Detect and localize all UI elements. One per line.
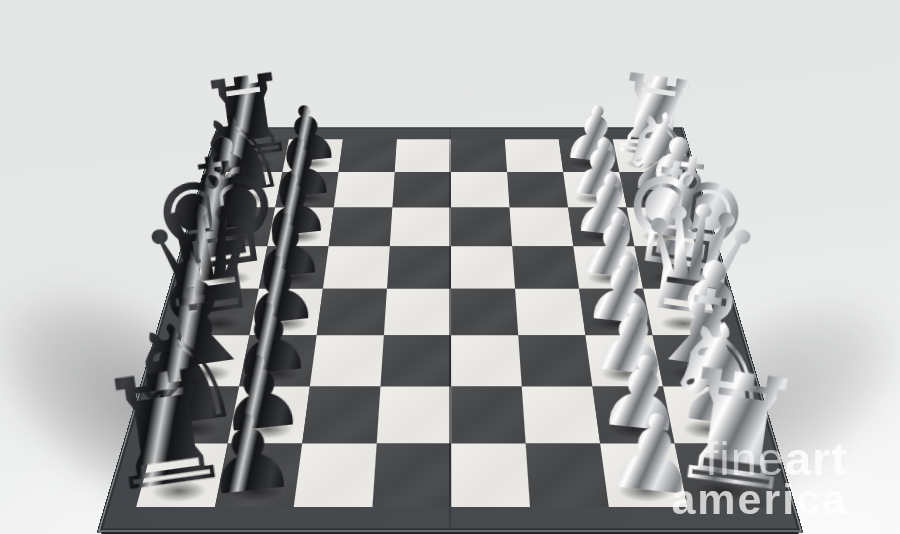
board-square xyxy=(522,387,600,444)
watermark-line1: fineart xyxy=(671,437,848,480)
board-square xyxy=(512,246,579,288)
board-square xyxy=(451,208,512,247)
board-square xyxy=(526,444,609,507)
board-fold-seam xyxy=(449,128,452,529)
board-square xyxy=(451,387,526,444)
board-square xyxy=(294,444,377,507)
board-square xyxy=(334,172,395,208)
board-square: ♟ xyxy=(215,444,302,507)
board-square xyxy=(377,387,451,444)
board-square xyxy=(302,387,380,444)
board-square xyxy=(323,246,390,288)
board-square xyxy=(509,208,573,247)
board-square xyxy=(518,335,592,386)
board-square xyxy=(384,289,451,336)
board-square xyxy=(451,335,522,386)
board-square xyxy=(339,139,397,172)
watermark-line2: america xyxy=(671,480,848,520)
board-square xyxy=(392,172,451,208)
board-square xyxy=(505,139,563,172)
board-square xyxy=(380,335,451,386)
board-square xyxy=(317,289,387,336)
board-square xyxy=(451,139,507,172)
artwork-canvas: ♜♟♟♜♞♟♟♞♝♟♟♝♚♟♟♚♛♟♟♛♝♟♟♝♞♟♟♞♜♟♟♜ fineart… xyxy=(0,0,900,534)
board-square xyxy=(451,289,518,336)
board-square xyxy=(329,208,393,247)
board-square xyxy=(372,444,451,507)
board-square xyxy=(387,246,451,288)
board-square xyxy=(395,139,451,172)
board-square xyxy=(451,444,530,507)
board-square xyxy=(507,172,568,208)
board-square xyxy=(451,246,515,288)
watermark: fineart america xyxy=(671,437,848,520)
board-square xyxy=(451,172,510,208)
black-pawn: ♟ xyxy=(196,396,301,511)
board-square xyxy=(390,208,451,247)
board-square xyxy=(310,335,384,386)
board-square xyxy=(515,289,585,336)
